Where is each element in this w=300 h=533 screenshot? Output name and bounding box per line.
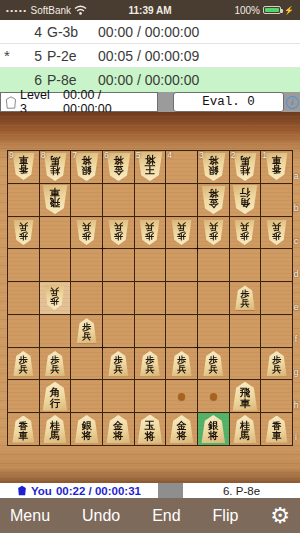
white-piece-歩兵: 歩兵 xyxy=(171,220,192,245)
board-square-9i[interactable]: 香車 xyxy=(8,413,39,445)
white-piece-桂馬: 桂馬 xyxy=(43,153,67,181)
file-label: 2 xyxy=(231,150,236,160)
battery-percent: 100% xyxy=(234,5,260,16)
board-square-5a[interactable]: 5王将 xyxy=(135,151,166,183)
move-time: 00:00 / 00:00:00 xyxy=(90,72,199,88)
shogi-board: 9香車8桂馬7銀将6金将5王将43銀将2桂馬1香車飛車金将角行歩兵歩兵歩兵歩兵歩… xyxy=(0,112,300,483)
black-piece-歩兵: 歩兵 xyxy=(203,351,224,376)
board-square-3e[interactable] xyxy=(198,282,229,314)
board-square-4d[interactable] xyxy=(166,249,197,281)
board-square-8b[interactable]: 飛車 xyxy=(40,184,71,216)
settings-gear-icon[interactable]: ⚙ xyxy=(270,505,290,527)
white-piece-金将: 金将 xyxy=(201,186,226,214)
board-square-6e[interactable] xyxy=(103,282,134,314)
board-square-6d[interactable] xyxy=(103,249,134,281)
white-piece-歩兵: 歩兵 xyxy=(76,220,97,245)
board-square-6b[interactable] xyxy=(103,184,134,216)
board-square-4f[interactable] xyxy=(166,315,197,347)
board-square-8i[interactable]: 桂馬 xyxy=(40,413,71,445)
board-grid: 9香車8桂馬7銀将6金将5王将43銀将2桂馬1香車飛車金将角行歩兵歩兵歩兵歩兵歩… xyxy=(7,150,293,446)
move-time: 00:00 / 00:00:00 xyxy=(90,24,199,40)
board-square-9a[interactable]: 9香車 xyxy=(8,151,39,183)
black-piece-銀将: 銀将 xyxy=(74,415,99,443)
board-square-5c[interactable]: 歩兵 xyxy=(135,217,166,249)
app-window: ••••• SoftBank 11:39 AM 100% ⚡ 4 G-3b 00… xyxy=(0,0,300,533)
player-name: You xyxy=(31,485,52,497)
board-square-6h[interactable] xyxy=(103,380,134,412)
black-piece-歩兵: 歩兵 xyxy=(44,351,65,376)
rank-label: i xyxy=(293,432,299,442)
board-square-5e[interactable] xyxy=(135,282,166,314)
board-square-2b[interactable]: 角行 xyxy=(230,184,261,216)
rank-label: g xyxy=(293,367,299,377)
white-piece-歩兵: 歩兵 xyxy=(266,220,287,245)
board-square-9d[interactable] xyxy=(8,249,39,281)
board-square-6c[interactable]: 歩兵 xyxy=(103,217,134,249)
white-piece-歩兵: 歩兵 xyxy=(13,220,34,245)
engine-clock-box: Level 3 00:00 / 00:00:00 xyxy=(0,92,158,112)
board-square-6i[interactable]: 金将 xyxy=(103,413,134,445)
board-square-5h[interactable] xyxy=(135,380,166,412)
black-piece-歩兵: 歩兵 xyxy=(266,351,287,376)
board-square-9g[interactable]: 歩兵 xyxy=(8,348,39,380)
rank-label: e xyxy=(293,302,299,312)
board-square-7g[interactable] xyxy=(71,348,102,380)
file-label: 7 xyxy=(72,150,77,160)
move-marker: * xyxy=(0,47,14,64)
flip-button[interactable]: Flip xyxy=(213,503,239,529)
white-piece-飛車: 飛車 xyxy=(42,185,68,214)
board-square-8f[interactable] xyxy=(40,315,71,347)
board-square-4h[interactable] xyxy=(166,380,197,412)
board-square-7h[interactable] xyxy=(71,380,102,412)
move-notation: P-8e xyxy=(42,72,90,88)
board-square-4b[interactable] xyxy=(166,184,197,216)
move-row[interactable]: * 5 P-2e 00:05 / 00:00:09 xyxy=(0,44,300,68)
player-clock-box: You 00:22 / 00:00:31 xyxy=(0,483,158,498)
board-square-8h[interactable]: 角行 xyxy=(40,380,71,412)
board-square-1c[interactable]: 歩兵 xyxy=(261,217,292,249)
board-square-4g[interactable]: 歩兵 xyxy=(166,348,197,380)
board-square-5g[interactable]: 歩兵 xyxy=(135,348,166,380)
board-square-7i[interactable]: 銀将 xyxy=(71,413,102,445)
move-notation: P-2e xyxy=(42,48,90,64)
board-square-5d[interactable] xyxy=(135,249,166,281)
white-piece-歩兵: 歩兵 xyxy=(44,285,65,310)
board-square-2c[interactable]: 歩兵 xyxy=(230,217,261,249)
white-piece-香車: 香車 xyxy=(12,153,35,180)
board-square-8d[interactable] xyxy=(40,249,71,281)
white-piece-金将: 金将 xyxy=(106,153,131,181)
board-square-5f[interactable] xyxy=(135,315,166,347)
board-square-3d[interactable] xyxy=(198,249,229,281)
black-piece-飛車: 飛車 xyxy=(232,382,258,411)
board-square-9c[interactable]: 歩兵 xyxy=(8,217,39,249)
board-square-9f[interactable] xyxy=(8,315,39,347)
board-square-8c[interactable] xyxy=(40,217,71,249)
board-square-2i[interactable]: 桂馬 xyxy=(230,413,261,445)
board-square-9h[interactable] xyxy=(8,380,39,412)
black-piece-歩兵: 歩兵 xyxy=(13,351,34,376)
charging-bolt-icon: ⚡ xyxy=(284,6,294,15)
board-square-1h[interactable] xyxy=(261,380,292,412)
move-hint-dot[interactable] xyxy=(210,393,217,400)
board-square-9b[interactable] xyxy=(8,184,39,216)
white-piece-歩兵: 歩兵 xyxy=(203,220,224,245)
black-piece-歩兵: 歩兵 xyxy=(171,351,192,376)
move-notation: G-3b xyxy=(42,24,90,40)
board-square-2a[interactable]: 2桂馬 xyxy=(230,151,261,183)
board-square-3c[interactable]: 歩兵 xyxy=(198,217,229,249)
move-number: 6 xyxy=(14,72,42,88)
file-label: 3 xyxy=(199,150,204,160)
black-piece-玉将: 玉将 xyxy=(137,415,163,444)
move-time: 00:05 / 00:00:09 xyxy=(90,48,199,64)
board-square-3g[interactable]: 歩兵 xyxy=(198,348,229,380)
board-square-4a[interactable]: 4 xyxy=(166,151,197,183)
white-piece-角行: 角行 xyxy=(232,185,258,214)
rank-label: d xyxy=(293,269,299,279)
file-label: 4 xyxy=(167,150,172,160)
black-piece-icon xyxy=(17,485,27,496)
board-square-4e[interactable] xyxy=(166,282,197,314)
white-piece-歩兵: 歩兵 xyxy=(139,220,160,245)
black-piece-香車: 香車 xyxy=(12,416,35,443)
move-number: 5 xyxy=(14,48,42,64)
board-square-8a[interactable]: 8桂馬 xyxy=(40,151,71,183)
black-piece-歩兵: 歩兵 xyxy=(76,318,97,343)
black-piece-金将: 金将 xyxy=(169,415,194,443)
black-piece-桂馬: 桂馬 xyxy=(233,415,257,443)
engine-bar: Level 3 00:00 / 00:00:00 Eval. 0 i xyxy=(0,92,300,112)
board-square-1d[interactable] xyxy=(261,249,292,281)
white-piece-銀将: 銀将 xyxy=(74,153,99,181)
board-square-6a[interactable]: 6金将 xyxy=(103,151,134,183)
white-piece-桂馬: 桂馬 xyxy=(233,153,257,181)
rank-label: f xyxy=(293,334,299,344)
board-square-6g[interactable]: 歩兵 xyxy=(103,348,134,380)
black-piece-歩兵: 歩兵 xyxy=(108,351,129,376)
board-square-6f[interactable] xyxy=(103,315,134,347)
white-piece-香車: 香車 xyxy=(265,153,288,180)
board-square-7b[interactable] xyxy=(71,184,102,216)
board-square-8g[interactable]: 歩兵 xyxy=(40,348,71,380)
board-square-4i[interactable]: 金将 xyxy=(166,413,197,445)
black-piece-金将: 金将 xyxy=(106,415,131,443)
move-row[interactable]: 4 G-3b 00:00 / 00:00:00 xyxy=(0,20,300,44)
player-clock: 00:22 / 00:00:31 xyxy=(56,485,141,497)
player-bar: You 00:22 / 00:00:31 6. P-8e xyxy=(0,483,300,498)
board-square-7c[interactable]: 歩兵 xyxy=(71,217,102,249)
white-piece-歩兵: 歩兵 xyxy=(108,220,129,245)
end-button[interactable]: End xyxy=(152,503,180,529)
white-piece-icon xyxy=(5,96,17,109)
eval-display: Eval. 0 xyxy=(173,92,284,112)
file-label: 9 xyxy=(9,150,14,160)
board-square-3i[interactable]: 銀将 xyxy=(198,413,229,445)
move-number: 4 xyxy=(14,24,42,40)
current-move-box: 6. P-8e xyxy=(183,483,300,498)
board-square-5i[interactable]: 玉将 xyxy=(135,413,166,445)
status-bar: ••••• SoftBank 11:39 AM 100% ⚡ xyxy=(0,0,300,20)
board-square-1i[interactable]: 香車 xyxy=(261,413,292,445)
rank-label: b xyxy=(293,203,299,213)
file-label: 6 xyxy=(104,150,109,160)
file-label: 8 xyxy=(41,150,46,160)
board-square-7f[interactable]: 歩兵 xyxy=(71,315,102,347)
rank-label: a xyxy=(293,171,299,181)
board-square-2f[interactable] xyxy=(230,315,261,347)
board-square-2d[interactable] xyxy=(230,249,261,281)
board-square-3h[interactable] xyxy=(198,380,229,412)
file-label: 1 xyxy=(262,150,267,160)
white-piece-銀将: 銀将 xyxy=(201,153,226,181)
undo-button[interactable]: Undo xyxy=(82,503,120,529)
board-square-7e[interactable] xyxy=(71,282,102,314)
board-square-1b[interactable] xyxy=(261,184,292,216)
bottom-toolbar: Menu Undo End Flip ⚙ xyxy=(0,498,300,533)
rank-label: h xyxy=(293,400,299,410)
board-square-3f[interactable] xyxy=(198,315,229,347)
board-square-2g[interactable] xyxy=(230,348,261,380)
black-piece-角行: 角行 xyxy=(42,382,68,411)
board-square-7d[interactable] xyxy=(71,249,102,281)
menu-button[interactable]: Menu xyxy=(10,503,50,529)
board-square-1g[interactable]: 歩兵 xyxy=(261,348,292,380)
board-square-3a[interactable]: 3銀将 xyxy=(198,151,229,183)
rank-label: c xyxy=(293,236,299,246)
black-piece-銀将: 銀将 xyxy=(201,415,226,443)
file-label: 5 xyxy=(136,150,141,160)
board-square-8e[interactable]: 歩兵 xyxy=(40,282,71,314)
white-piece-王将: 王将 xyxy=(137,152,163,181)
battery-icon xyxy=(263,6,281,14)
board-square-1e[interactable] xyxy=(261,282,292,314)
board-square-2e[interactable]: 歩兵 xyxy=(230,282,261,314)
board-square-1f[interactable] xyxy=(261,315,292,347)
board-square-3b[interactable]: 金将 xyxy=(198,184,229,216)
board-square-9e[interactable] xyxy=(8,282,39,314)
board-square-5b[interactable] xyxy=(135,184,166,216)
white-piece-歩兵: 歩兵 xyxy=(234,220,255,245)
black-piece-歩兵: 歩兵 xyxy=(234,285,255,310)
info-icon[interactable]: i xyxy=(286,96,299,109)
board-square-7a[interactable]: 7銀将 xyxy=(71,151,102,183)
black-piece-歩兵: 歩兵 xyxy=(139,351,160,376)
move-list: 4 G-3b 00:00 / 00:00:00 * 5 P-2e 00:05 /… xyxy=(0,20,300,92)
board-square-1a[interactable]: 1香車 xyxy=(261,151,292,183)
move-hint-dot[interactable] xyxy=(178,393,185,400)
black-piece-香車: 香車 xyxy=(265,416,288,443)
black-piece-桂馬: 桂馬 xyxy=(43,415,67,443)
board-square-2h[interactable]: 飛車 xyxy=(230,380,261,412)
board-square-4c[interactable]: 歩兵 xyxy=(166,217,197,249)
